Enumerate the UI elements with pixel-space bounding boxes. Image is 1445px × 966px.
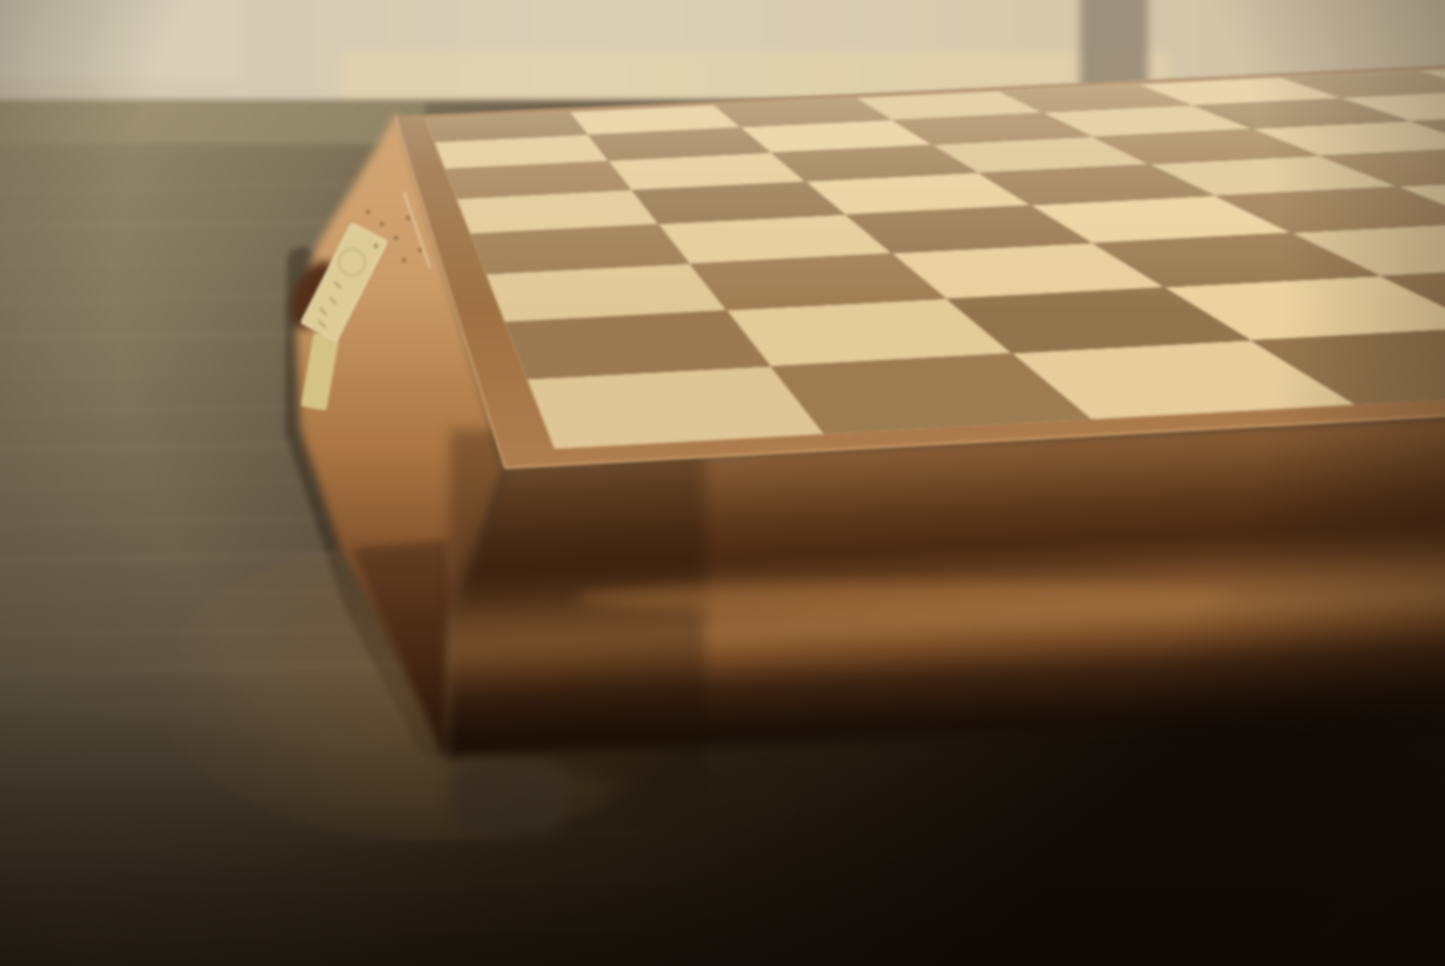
vignette [0, 0, 1445, 966]
chessboard-photo-scene [0, 0, 1445, 966]
vignette-bottom [0, 0, 1445, 966]
photo-canvas [0, 0, 1445, 966]
